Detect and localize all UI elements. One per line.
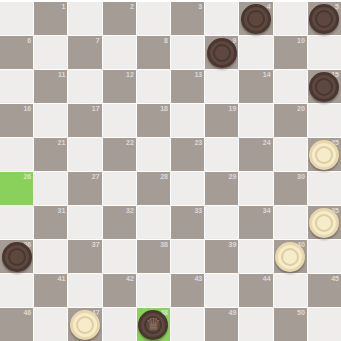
square-number-label: 39 — [229, 241, 237, 248]
square-8[interactable]: 8 — [137, 36, 170, 69]
light-square — [137, 70, 170, 103]
square-number-label: 46 — [23, 309, 31, 316]
square-40[interactable]: 40 — [274, 240, 307, 273]
square-24[interactable]: 24 — [239, 138, 272, 171]
light-square — [239, 308, 272, 341]
square-number-label: 13 — [194, 71, 202, 78]
light-square — [308, 104, 341, 137]
square-32[interactable]: 32 — [103, 206, 136, 239]
draughts-board: 1234567891011121314151617181920212223242… — [0, 2, 341, 341]
square-number-label: 32 — [126, 207, 134, 214]
light-square — [274, 2, 307, 35]
square-number-label: 38 — [160, 241, 168, 248]
light-square — [239, 240, 272, 273]
square-3[interactable]: 3 — [171, 2, 204, 35]
light-square — [0, 70, 33, 103]
square-17[interactable]: 17 — [68, 104, 101, 137]
square-number-label: 12 — [126, 71, 134, 78]
square-number-label: 3 — [198, 3, 202, 10]
light-square — [103, 240, 136, 273]
square-2[interactable]: 2 — [103, 2, 136, 35]
square-43[interactable]: 43 — [171, 274, 204, 307]
square-39[interactable]: 39 — [205, 240, 238, 273]
square-7[interactable]: 7 — [68, 36, 101, 69]
square-number-label: 27 — [92, 173, 100, 180]
light-square — [205, 2, 238, 35]
light-square — [0, 2, 33, 35]
white-man-piece[interactable] — [275, 242, 305, 272]
square-45[interactable]: 45 — [308, 274, 341, 307]
square-37[interactable]: 37 — [68, 240, 101, 273]
square-number-label: 34 — [263, 207, 271, 214]
light-square — [274, 70, 307, 103]
light-square — [308, 240, 341, 273]
light-square — [68, 70, 101, 103]
white-man-piece[interactable] — [309, 208, 339, 238]
light-square — [0, 138, 33, 171]
light-square — [171, 36, 204, 69]
square-number-label: 43 — [194, 275, 202, 282]
white-man-piece[interactable] — [70, 310, 100, 340]
square-19[interactable]: 19 — [205, 104, 238, 137]
light-square — [171, 308, 204, 341]
draughts-board-container: 1234567891011121314151617181920212223242… — [0, 0, 341, 341]
black-man-piece[interactable] — [309, 4, 339, 34]
square-35[interactable]: 35 — [308, 206, 341, 239]
light-square — [205, 138, 238, 171]
light-square — [239, 172, 272, 205]
square-5[interactable]: 5 — [308, 2, 341, 35]
white-man-piece[interactable] — [309, 140, 339, 170]
light-square — [308, 308, 341, 341]
square-18[interactable]: 18 — [137, 104, 170, 137]
square-46[interactable]: 46 — [0, 308, 33, 341]
light-square — [34, 172, 67, 205]
square-28[interactable]: 28 — [137, 172, 170, 205]
square-number-label: 10 — [297, 37, 305, 44]
square-number-label: 1 — [61, 3, 65, 10]
square-number-label: 50 — [297, 309, 305, 316]
square-14[interactable]: 14 — [239, 70, 272, 103]
square-23[interactable]: 23 — [171, 138, 204, 171]
square-50[interactable]: 50 — [274, 308, 307, 341]
square-number-label: 20 — [297, 105, 305, 112]
square-47[interactable]: 47 — [68, 308, 101, 341]
light-square — [103, 308, 136, 341]
square-number-label: 21 — [58, 139, 66, 146]
square-26[interactable]: 26 — [0, 172, 33, 205]
square-number-label: 28 — [160, 173, 168, 180]
light-square — [0, 206, 33, 239]
light-square — [137, 2, 170, 35]
square-4[interactable]: 4 — [239, 2, 272, 35]
square-number-label: 42 — [126, 275, 134, 282]
square-number-label: 2 — [130, 3, 134, 10]
light-square — [171, 172, 204, 205]
square-number-label: 14 — [263, 71, 271, 78]
square-48[interactable]: 48♛ — [137, 308, 170, 341]
square-31[interactable]: 31 — [34, 206, 67, 239]
square-20[interactable]: 20 — [274, 104, 307, 137]
square-number-label: 37 — [92, 241, 100, 248]
square-6[interactable]: 6 — [0, 36, 33, 69]
square-number-label: 22 — [126, 139, 134, 146]
square-12[interactable]: 12 — [103, 70, 136, 103]
light-square — [68, 206, 101, 239]
square-9[interactable]: 9 — [205, 36, 238, 69]
light-square — [0, 274, 33, 307]
square-number-label: 18 — [160, 105, 168, 112]
square-42[interactable]: 42 — [103, 274, 136, 307]
light-square — [137, 138, 170, 171]
square-number-label: 17 — [92, 105, 100, 112]
light-square — [308, 36, 341, 69]
light-square — [34, 36, 67, 69]
square-number-label: 41 — [58, 275, 66, 282]
square-15[interactable]: 15 — [308, 70, 341, 103]
square-number-label: 23 — [194, 139, 202, 146]
light-square — [274, 206, 307, 239]
light-square — [308, 172, 341, 205]
square-16[interactable]: 16 — [0, 104, 33, 137]
square-41[interactable]: 41 — [34, 274, 67, 307]
light-square — [205, 206, 238, 239]
light-square — [171, 240, 204, 273]
black-man-piece[interactable] — [309, 72, 339, 102]
square-number-label: 33 — [194, 207, 202, 214]
black-man-piece[interactable] — [241, 4, 271, 34]
square-10[interactable]: 10 — [274, 36, 307, 69]
light-square — [68, 2, 101, 35]
black-man-piece[interactable] — [2, 242, 32, 272]
square-number-label: 24 — [263, 139, 271, 146]
light-square — [171, 104, 204, 137]
square-44[interactable]: 44 — [239, 274, 272, 307]
light-square — [103, 172, 136, 205]
square-22[interactable]: 22 — [103, 138, 136, 171]
square-number-label: 7 — [96, 37, 100, 44]
square-1[interactable]: 1 — [34, 2, 67, 35]
square-27[interactable]: 27 — [68, 172, 101, 205]
light-square — [239, 104, 272, 137]
square-number-label: 44 — [263, 275, 271, 282]
square-25[interactable]: 25 — [308, 138, 341, 171]
square-36[interactable]: 36 — [0, 240, 33, 273]
light-square — [205, 70, 238, 103]
king-crown-icon: ♛ — [146, 316, 161, 333]
square-number-label: 49 — [229, 309, 237, 316]
square-number-label: 45 — [331, 275, 339, 282]
square-number-label: 11 — [58, 71, 65, 78]
light-square — [34, 308, 67, 341]
light-square — [137, 274, 170, 307]
light-square — [137, 206, 170, 239]
square-13[interactable]: 13 — [171, 70, 204, 103]
square-number-label: 19 — [229, 105, 237, 112]
light-square — [34, 104, 67, 137]
black-king-piece[interactable]: ♛ — [138, 310, 168, 340]
square-number-label: 31 — [58, 207, 66, 214]
square-30[interactable]: 30 — [274, 172, 307, 205]
square-29[interactable]: 29 — [205, 172, 238, 205]
square-number-label: 29 — [229, 173, 237, 180]
square-33[interactable]: 33 — [171, 206, 204, 239]
square-38[interactable]: 38 — [137, 240, 170, 273]
light-square — [103, 104, 136, 137]
square-11[interactable]: 11 — [34, 70, 67, 103]
light-square — [68, 274, 101, 307]
light-square — [205, 274, 238, 307]
light-square — [239, 36, 272, 69]
light-square — [34, 240, 67, 273]
light-square — [103, 36, 136, 69]
square-34[interactable]: 34 — [239, 206, 272, 239]
light-square — [274, 138, 307, 171]
square-number-label: 30 — [297, 173, 305, 180]
square-49[interactable]: 49 — [205, 308, 238, 341]
square-number-label: 6 — [27, 37, 31, 44]
square-number-label: 16 — [23, 105, 31, 112]
black-man-piece[interactable] — [207, 38, 237, 68]
square-number-label: 26 — [23, 173, 31, 180]
square-21[interactable]: 21 — [34, 138, 67, 171]
square-number-label: 8 — [164, 37, 168, 44]
light-square — [68, 138, 101, 171]
light-square — [274, 274, 307, 307]
